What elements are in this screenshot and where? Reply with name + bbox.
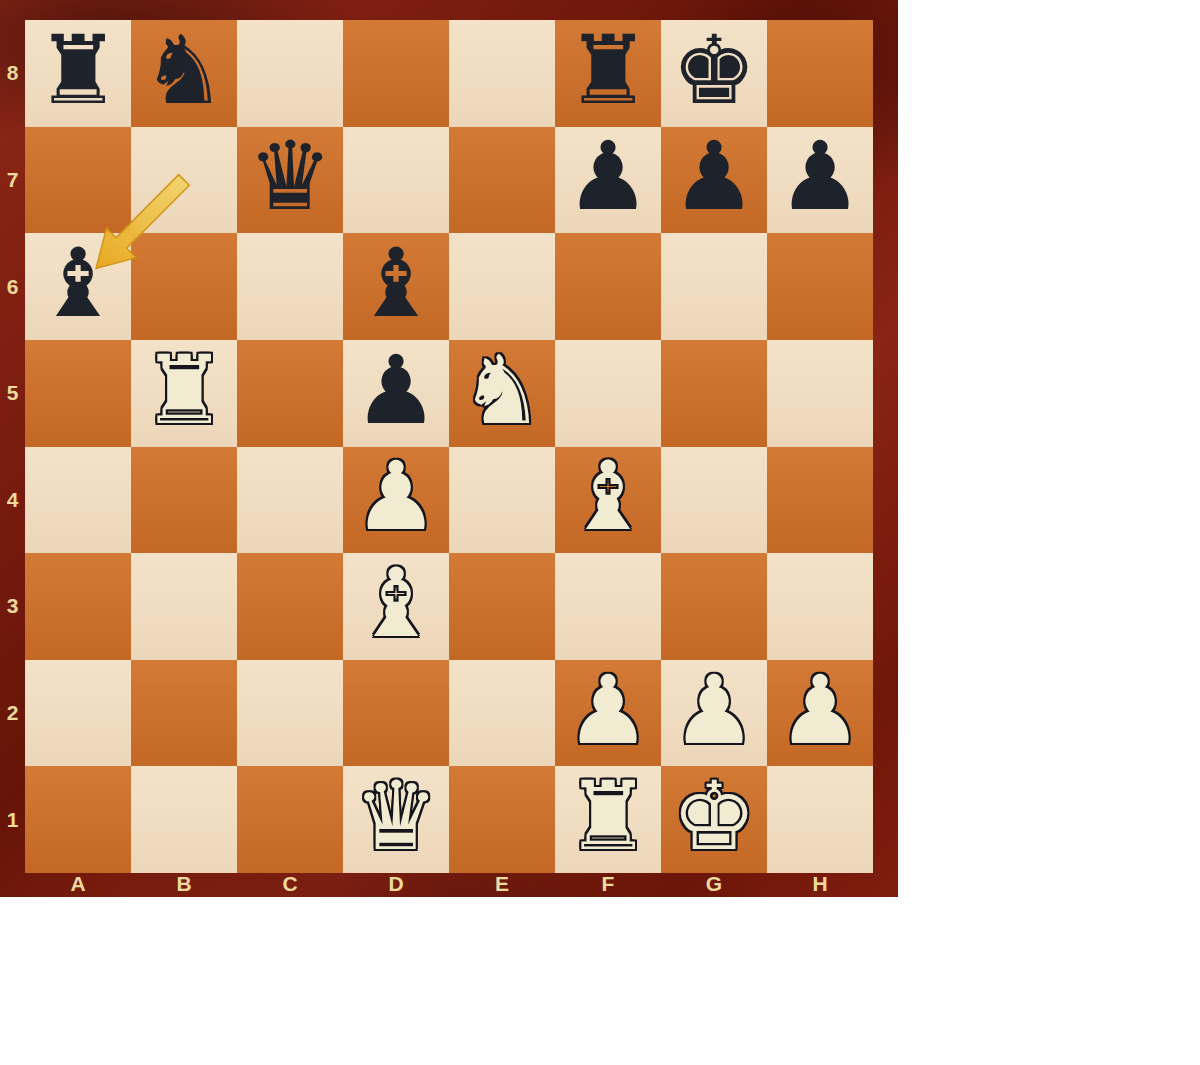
piece-white-pawn[interactable]: ♟ xyxy=(671,663,756,758)
file-label-g: G xyxy=(661,871,767,897)
square-c1[interactable] xyxy=(237,766,343,873)
piece-white-pawn[interactable]: ♟ xyxy=(565,663,650,758)
square-g4[interactable] xyxy=(661,447,767,554)
square-h2[interactable]: ♟ xyxy=(767,660,873,767)
square-h4[interactable] xyxy=(767,447,873,554)
square-f4[interactable]: ♝ xyxy=(555,447,661,554)
square-f2[interactable]: ♟ xyxy=(555,660,661,767)
square-a4[interactable] xyxy=(25,447,131,554)
square-b4[interactable] xyxy=(131,447,237,554)
square-g7[interactable]: ♟ xyxy=(661,127,767,234)
square-d7[interactable] xyxy=(343,127,449,234)
piece-black-king[interactable]: ♚ xyxy=(671,23,756,118)
square-d5[interactable]: ♟ xyxy=(343,340,449,447)
square-b1[interactable] xyxy=(131,766,237,873)
file-label-h: H xyxy=(767,871,873,897)
square-c8[interactable] xyxy=(237,20,343,127)
board-squares: ♜♞♜♚♛♟♟♟♝♝♜♟♞♟♝♝♟♟♟♛♜♚ xyxy=(25,20,873,873)
square-a7[interactable] xyxy=(25,127,131,234)
square-c2[interactable] xyxy=(237,660,343,767)
piece-white-rook[interactable]: ♜ xyxy=(141,343,226,438)
square-h8[interactable] xyxy=(767,20,873,127)
piece-black-pawn[interactable]: ♟ xyxy=(777,129,862,224)
square-b7[interactable] xyxy=(131,127,237,234)
page: 87654321 ♜♞♜♚♛♟♟♟♝♝♜♟♞♟♝♝♟♟♟♛♜♚ ABCDEFGH xyxy=(0,0,1200,1065)
piece-black-bishop[interactable]: ♝ xyxy=(35,236,120,331)
piece-black-pawn[interactable]: ♟ xyxy=(353,343,438,438)
piece-black-rook[interactable]: ♜ xyxy=(565,23,650,118)
piece-black-pawn[interactable]: ♟ xyxy=(671,129,756,224)
square-h7[interactable]: ♟ xyxy=(767,127,873,234)
rank-label-1: 1 xyxy=(0,766,25,873)
square-h3[interactable] xyxy=(767,553,873,660)
square-g5[interactable] xyxy=(661,340,767,447)
file-label-b: B xyxy=(131,871,237,897)
file-label-d: D xyxy=(343,871,449,897)
square-a3[interactable] xyxy=(25,553,131,660)
piece-white-king[interactable]: ♚ xyxy=(671,769,756,864)
piece-white-bishop[interactable]: ♝ xyxy=(565,449,650,544)
square-a2[interactable] xyxy=(25,660,131,767)
square-d6[interactable]: ♝ xyxy=(343,233,449,340)
file-label-e: E xyxy=(449,871,555,897)
square-a5[interactable] xyxy=(25,340,131,447)
square-g6[interactable] xyxy=(661,233,767,340)
square-c7[interactable]: ♛ xyxy=(237,127,343,234)
piece-black-pawn[interactable]: ♟ xyxy=(565,129,650,224)
square-g8[interactable]: ♚ xyxy=(661,20,767,127)
piece-black-knight[interactable]: ♞ xyxy=(141,23,226,118)
square-g3[interactable] xyxy=(661,553,767,660)
square-e7[interactable] xyxy=(449,127,555,234)
piece-white-rook[interactable]: ♜ xyxy=(565,769,650,864)
square-h1[interactable] xyxy=(767,766,873,873)
square-d2[interactable] xyxy=(343,660,449,767)
square-f6[interactable] xyxy=(555,233,661,340)
square-f5[interactable] xyxy=(555,340,661,447)
rank-labels: 87654321 xyxy=(0,20,25,873)
square-a8[interactable]: ♜ xyxy=(25,20,131,127)
square-b2[interactable] xyxy=(131,660,237,767)
square-d1[interactable]: ♛ xyxy=(343,766,449,873)
piece-white-pawn[interactable]: ♟ xyxy=(777,663,862,758)
square-e2[interactable] xyxy=(449,660,555,767)
square-b8[interactable]: ♞ xyxy=(131,20,237,127)
square-b5[interactable]: ♜ xyxy=(131,340,237,447)
rank-label-7: 7 xyxy=(0,127,25,234)
square-b3[interactable] xyxy=(131,553,237,660)
square-f1[interactable]: ♜ xyxy=(555,766,661,873)
file-label-a: A xyxy=(25,871,131,897)
square-f3[interactable] xyxy=(555,553,661,660)
square-f8[interactable]: ♜ xyxy=(555,20,661,127)
piece-black-bishop[interactable]: ♝ xyxy=(353,236,438,331)
square-a1[interactable] xyxy=(25,766,131,873)
square-e5[interactable]: ♞ xyxy=(449,340,555,447)
square-e3[interactable] xyxy=(449,553,555,660)
rank-label-8: 8 xyxy=(0,20,25,127)
square-g2[interactable]: ♟ xyxy=(661,660,767,767)
square-c6[interactable] xyxy=(237,233,343,340)
square-g1[interactable]: ♚ xyxy=(661,766,767,873)
piece-white-pawn[interactable]: ♟ xyxy=(353,449,438,544)
rank-label-4: 4 xyxy=(0,447,25,554)
square-f7[interactable]: ♟ xyxy=(555,127,661,234)
piece-black-rook[interactable]: ♜ xyxy=(35,23,120,118)
file-label-c: C xyxy=(237,871,343,897)
square-a6[interactable]: ♝ xyxy=(25,233,131,340)
piece-white-knight[interactable]: ♞ xyxy=(459,343,544,438)
square-e4[interactable] xyxy=(449,447,555,554)
piece-white-bishop[interactable]: ♝ xyxy=(353,556,438,651)
file-labels: ABCDEFGH xyxy=(25,871,873,897)
square-c4[interactable] xyxy=(237,447,343,554)
rank-label-2: 2 xyxy=(0,660,25,767)
square-h5[interactable] xyxy=(767,340,873,447)
rank-label-3: 3 xyxy=(0,553,25,660)
rank-label-5: 5 xyxy=(0,340,25,447)
chess-board: 87654321 ♜♞♜♚♛♟♟♟♝♝♜♟♞♟♝♝♟♟♟♛♜♚ ABCDEFGH xyxy=(0,0,898,897)
square-e1[interactable] xyxy=(449,766,555,873)
square-c3[interactable] xyxy=(237,553,343,660)
square-c5[interactable] xyxy=(237,340,343,447)
piece-black-queen[interactable]: ♛ xyxy=(247,129,332,224)
square-d4[interactable]: ♟ xyxy=(343,447,449,554)
square-e6[interactable] xyxy=(449,233,555,340)
square-h6[interactable] xyxy=(767,233,873,340)
piece-white-queen[interactable]: ♛ xyxy=(353,769,438,864)
square-d8[interactable] xyxy=(343,20,449,127)
file-label-f: F xyxy=(555,871,661,897)
square-d3[interactable]: ♝ xyxy=(343,553,449,660)
square-b6[interactable] xyxy=(131,233,237,340)
square-e8[interactable] xyxy=(449,20,555,127)
rank-label-6: 6 xyxy=(0,233,25,340)
